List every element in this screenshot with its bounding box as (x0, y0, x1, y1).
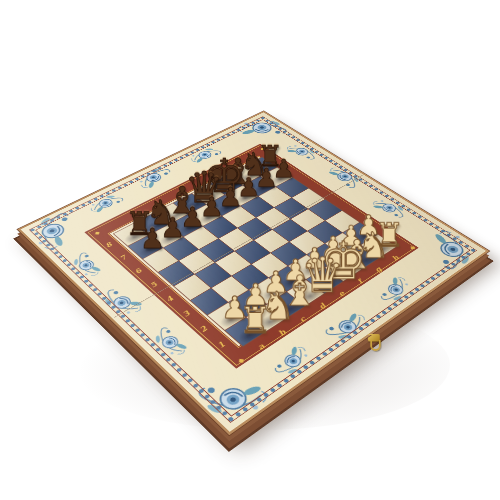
perspective-scene: ◆◆◆◆ abcdefgh 12345678 ♜♞♝♛♚♝♞♜♟♟♟♟♟♟♟♟♟… (0, 0, 500, 500)
board-surface: ◆◆◆◆ abcdefgh 12345678 ♜♞♝♛♚♝♞♜♟♟♟♟♟♟♟♟♟… (17, 111, 489, 435)
latch-hook (370, 340, 380, 351)
product-photo: ◆◆◆◆ abcdefgh 12345678 ♜♞♝♛♚♝♞♜♟♟♟♟♟♟♟♟♟… (0, 0, 500, 500)
piece-white-rook[interactable]: ♜ (239, 303, 266, 339)
chess-box: ◆◆◆◆ abcdefgh 12345678 ♜♞♝♛♚♝♞♜♟♟♟♟♟♟♟♟♟… (17, 111, 489, 435)
piece-dark-pawn[interactable]: ♟ (140, 225, 165, 253)
